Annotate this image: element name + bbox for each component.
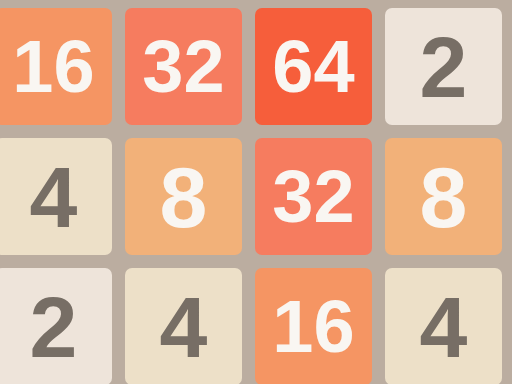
tile-r2c3: 32 xyxy=(255,138,372,255)
tile-r1c4: 2 xyxy=(385,8,502,125)
game-2048-viewport: 16 32 64 2 4 8 32 8 2 4 16 4 xyxy=(0,0,512,384)
tile-r3c3: 16 xyxy=(255,268,372,384)
tile-r2c1: 4 xyxy=(0,138,112,255)
tile-r2c4: 8 xyxy=(385,138,502,255)
tile-r1c1: 16 xyxy=(0,8,112,125)
tile-r1c2: 32 xyxy=(125,8,242,125)
tile-r3c4: 4 xyxy=(385,268,502,384)
tile-r3c1: 2 xyxy=(0,268,112,384)
tile-r3c2: 4 xyxy=(125,268,242,384)
tile-r1c3: 64 xyxy=(255,8,372,125)
board-grid[interactable]: 16 32 64 2 4 8 32 8 2 4 16 4 xyxy=(0,8,502,384)
tile-r2c2: 8 xyxy=(125,138,242,255)
